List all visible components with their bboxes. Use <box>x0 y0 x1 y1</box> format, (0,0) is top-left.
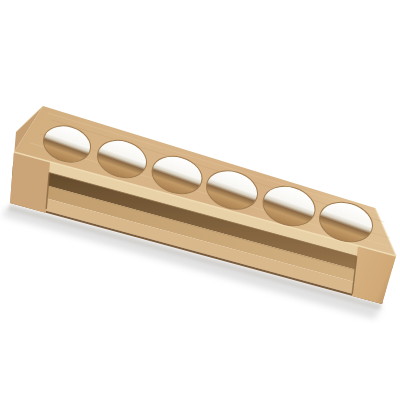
left-end-cap-front <box>10 152 50 213</box>
product-photo: Light bamboo wood rectangular rack photo… <box>0 0 400 400</box>
wooden-rack-illustration <box>0 0 400 400</box>
